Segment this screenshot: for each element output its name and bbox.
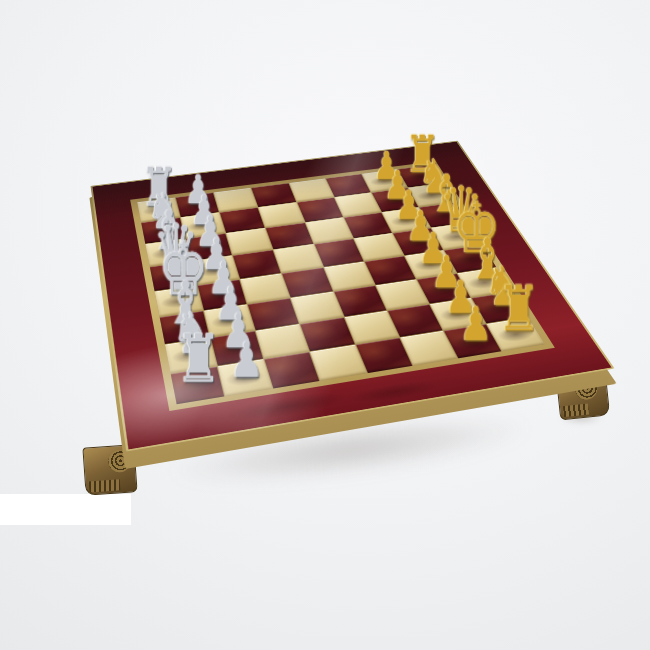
- square[interactable]: [265, 352, 320, 389]
- chess-board: ♜♟♟♜♞♟♟♞♝♟♟♝♛♟♟♛♚♟♟♚♝♟♟♝♞♟♟♞♜♟♟♜: [91, 141, 615, 452]
- square[interactable]: [266, 223, 313, 249]
- photo-backdrop: ♜♟♟♜♞♟♟♞♝♟♟♝♛♟♟♛♚♟♟♚♝♟♟♝♞♟♟♞♜♟♟♜: [0, 0, 650, 650]
- square[interactable]: ♟: [218, 359, 272, 396]
- silver-rook[interactable]: ♜: [175, 326, 223, 392]
- square[interactable]: [324, 262, 375, 291]
- scene: ♜♟♟♜♞♟♟♞♝♟♟♝♛♟♟♛♚♟♟♚♝♟♟♝♞♟♟♞♜♟♟♜: [0, 0, 650, 650]
- square[interactable]: ♜: [171, 366, 225, 404]
- brass-fillet-border: ♜♟♟♜♞♟♟♞♝♟♟♝♛♟♟♛♚♟♟♚♝♟♟♝♞♟♟♞♜♟♟♜: [130, 161, 555, 411]
- silver-pawn[interactable]: ♟: [223, 335, 270, 384]
- board-grid: ♜♟♟♜♞♟♟♞♝♟♟♝♛♟♟♛♚♟♟♚♝♟♟♝♞♟♟♞♜♟♟♜: [137, 165, 544, 404]
- gold-rook[interactable]: ♜: [497, 278, 542, 340]
- gold-pawn[interactable]: ♟: [453, 300, 498, 347]
- board-red-frame: ♜♟♟♜♞♟♟♞♝♟♟♝♛♟♟♛♚♟♟♚♝♟♟♝♞♟♟♞♜♟♟♜: [91, 141, 615, 452]
